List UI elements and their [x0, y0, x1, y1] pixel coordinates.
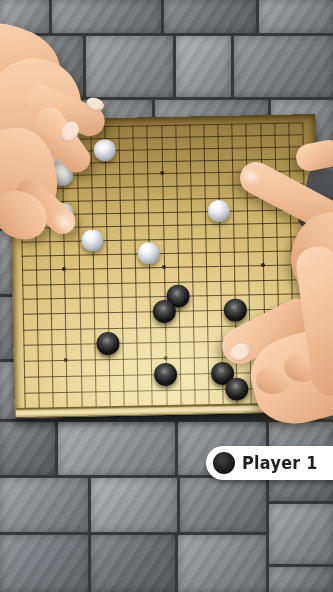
- grid-line-vertical: [19, 128, 25, 410]
- stone-black: [97, 332, 120, 355]
- grid-line-vertical: [203, 124, 209, 406]
- grid-line-vertical: [175, 125, 181, 407]
- grid-line-vertical: [302, 122, 308, 404]
- stone-black: [154, 362, 177, 385]
- stone-white: [138, 242, 160, 264]
- floor-tile: [164, 0, 256, 33]
- stone-black: [153, 300, 176, 323]
- star-point: [161, 265, 165, 269]
- floor-tile: [0, 0, 49, 33]
- floor-tile: [269, 567, 333, 592]
- star-point: [262, 354, 266, 358]
- floor-tile: [0, 36, 83, 97]
- player-label: Player 1: [242, 453, 318, 473]
- star-point: [261, 263, 265, 267]
- stone-black: [223, 298, 246, 321]
- grid-line-vertical: [147, 125, 153, 407]
- stone-white: [208, 200, 230, 222]
- stone-black: [225, 377, 248, 400]
- grid-line-vertical: [288, 123, 294, 405]
- stone-white: [93, 138, 115, 160]
- floor-tile: [269, 504, 333, 564]
- turn-badge: Player 1: [206, 446, 333, 480]
- star-point: [160, 171, 164, 175]
- stone-white: [51, 164, 73, 186]
- grid-line-vertical: [33, 127, 39, 409]
- floor-tile: [52, 0, 161, 33]
- grid-line-vertical: [132, 126, 138, 408]
- stone-white: [52, 203, 74, 225]
- floor-tile: [0, 478, 88, 532]
- black-stone-icon: [213, 452, 235, 474]
- grid-line-vertical: [104, 126, 110, 408]
- grid-line-vertical: [274, 123, 280, 405]
- grid-line-vertical: [76, 127, 82, 409]
- floor-tile: [0, 422, 55, 475]
- floor-tile: [91, 535, 175, 592]
- grid-line-vertical: [90, 126, 96, 408]
- floor-tile: [86, 36, 173, 97]
- floor-tile: [58, 422, 175, 475]
- star-point: [64, 358, 68, 362]
- floor-tile: [234, 36, 333, 97]
- stone-white: [81, 229, 103, 251]
- floor-tile: [0, 535, 88, 592]
- floor-tile: [176, 36, 231, 97]
- star-point: [163, 356, 167, 360]
- floor-tile: [91, 478, 177, 532]
- floor-tile: [180, 478, 266, 532]
- floor-tile: [259, 0, 333, 33]
- grid-line-vertical: [246, 123, 252, 405]
- grid-line-vertical: [118, 126, 124, 408]
- game-screen: Player 1: [0, 0, 333, 592]
- grid-line-vertical: [232, 124, 238, 406]
- star-point: [62, 267, 66, 271]
- star-point: [259, 169, 263, 173]
- floor-tile: [178, 535, 266, 592]
- go-board[interactable]: [9, 114, 321, 418]
- grid-line-vertical: [189, 124, 195, 406]
